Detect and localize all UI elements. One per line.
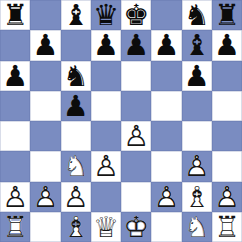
square-a8[interactable]: ♜ [0,0,30,30]
square-h8[interactable]: ♜ [212,0,242,30]
square-b3[interactable] [30,151,60,181]
piece-white-bishop: ♝♗ [61,212,91,242]
square-a3[interactable] [0,151,30,181]
square-f3[interactable] [151,151,181,181]
square-h1[interactable]: ♜♖ [212,212,242,242]
square-h4[interactable] [212,121,242,151]
square-g3[interactable]: ♟♙ [182,151,212,181]
square-d5[interactable] [91,91,121,121]
square-a7[interactable] [0,30,30,60]
square-c8[interactable]: ♝ [61,0,91,30]
square-g6[interactable]: ♟ [182,61,212,91]
piece-white-pawn: ♟♙ [0,182,30,212]
square-d7[interactable]: ♟ [91,30,121,60]
square-a1[interactable]: ♜♖ [0,212,30,242]
piece-white-pawn: ♟♙ [121,121,151,151]
piece-black-rook: ♜ [0,0,30,30]
square-e8[interactable]: ♚ [121,0,151,30]
square-d1[interactable]: ♛♕ [91,212,121,242]
square-g4[interactable] [182,121,212,151]
square-c3[interactable]: ♞♘ [61,151,91,181]
piece-white-pawn: ♟♙ [212,182,242,212]
square-f8[interactable] [151,0,181,30]
square-h7[interactable]: ♟ [212,30,242,60]
square-g2[interactable]: ♝♗ [182,182,212,212]
piece-white-pawn: ♟♙ [182,151,212,181]
piece-black-queen: ♛ [91,0,121,30]
piece-white-rook: ♜♖ [0,212,30,242]
square-e1[interactable]: ♚♔ [121,212,151,242]
square-h2[interactable]: ♟♙ [212,182,242,212]
square-e5[interactable] [121,91,151,121]
piece-black-pawn: ♟ [91,30,121,60]
square-d4[interactable] [91,121,121,151]
piece-black-king: ♚ [121,0,151,30]
square-e7[interactable]: ♟ [121,30,151,60]
square-c6[interactable]: ♞ [61,61,91,91]
piece-black-pawn: ♟ [212,30,242,60]
piece-black-pawn: ♟ [0,61,30,91]
square-b5[interactable] [30,91,60,121]
square-d2[interactable] [91,182,121,212]
piece-black-bishop: ♝ [61,0,91,30]
chess-board-container: ♜♝♛♚♞♜♟♟♟♟♝♟♟♞♟♟♟♙♞♘♟♙♟♙♟♙♟♙♟♙♟♙♝♗♟♙♜♖♝♗… [0,0,242,242]
piece-black-pawn: ♟ [151,30,181,60]
chess-board: ♜♝♛♚♞♜♟♟♟♟♝♟♟♞♟♟♟♙♞♘♟♙♟♙♟♙♟♙♟♙♟♙♝♗♟♙♜♖♝♗… [0,0,242,242]
square-e2[interactable] [121,182,151,212]
square-g7[interactable]: ♝ [182,30,212,60]
square-h6[interactable] [212,61,242,91]
square-b1[interactable] [30,212,60,242]
square-f2[interactable]: ♟♙ [151,182,181,212]
square-b8[interactable] [30,0,60,30]
piece-white-bishop: ♝♗ [182,182,212,212]
square-g5[interactable] [182,91,212,121]
square-c4[interactable] [61,121,91,151]
square-g1[interactable]: ♞♘ [182,212,212,242]
square-b6[interactable] [30,61,60,91]
square-f4[interactable] [151,121,181,151]
piece-white-pawn: ♟♙ [30,182,60,212]
piece-white-pawn: ♟♙ [61,182,91,212]
square-a2[interactable]: ♟♙ [0,182,30,212]
piece-white-knight: ♞♘ [182,212,212,242]
piece-white-pawn: ♟♙ [151,182,181,212]
square-d8[interactable]: ♛ [91,0,121,30]
piece-black-pawn: ♟ [30,30,60,60]
square-d3[interactable]: ♟♙ [91,151,121,181]
square-c2[interactable]: ♟♙ [61,182,91,212]
piece-black-pawn: ♟ [121,30,151,60]
piece-black-knight: ♞ [61,61,91,91]
square-b7[interactable]: ♟ [30,30,60,60]
piece-white-queen: ♛♕ [91,212,121,242]
square-f6[interactable] [151,61,181,91]
piece-white-knight: ♞♘ [61,151,91,181]
piece-white-rook: ♜♖ [212,212,242,242]
square-f5[interactable] [151,91,181,121]
square-h3[interactable] [212,151,242,181]
square-a5[interactable] [0,91,30,121]
piece-white-king: ♚♔ [121,212,151,242]
piece-black-pawn: ♟ [182,61,212,91]
square-a4[interactable] [0,121,30,151]
piece-black-pawn: ♟ [61,91,91,121]
square-c1[interactable]: ♝♗ [61,212,91,242]
square-c7[interactable] [61,30,91,60]
piece-black-rook: ♜ [212,0,242,30]
square-e4[interactable]: ♟♙ [121,121,151,151]
square-f7[interactable]: ♟ [151,30,181,60]
piece-black-bishop: ♝ [182,30,212,60]
square-c5[interactable]: ♟ [61,91,91,121]
square-b4[interactable] [30,121,60,151]
piece-white-pawn: ♟♙ [91,151,121,181]
square-h5[interactable] [212,91,242,121]
square-e3[interactable] [121,151,151,181]
piece-black-knight: ♞ [182,0,212,30]
square-b2[interactable]: ♟♙ [30,182,60,212]
square-a6[interactable]: ♟ [0,61,30,91]
square-e6[interactable] [121,61,151,91]
square-f1[interactable] [151,212,181,242]
square-d6[interactable] [91,61,121,91]
square-g8[interactable]: ♞ [182,0,212,30]
